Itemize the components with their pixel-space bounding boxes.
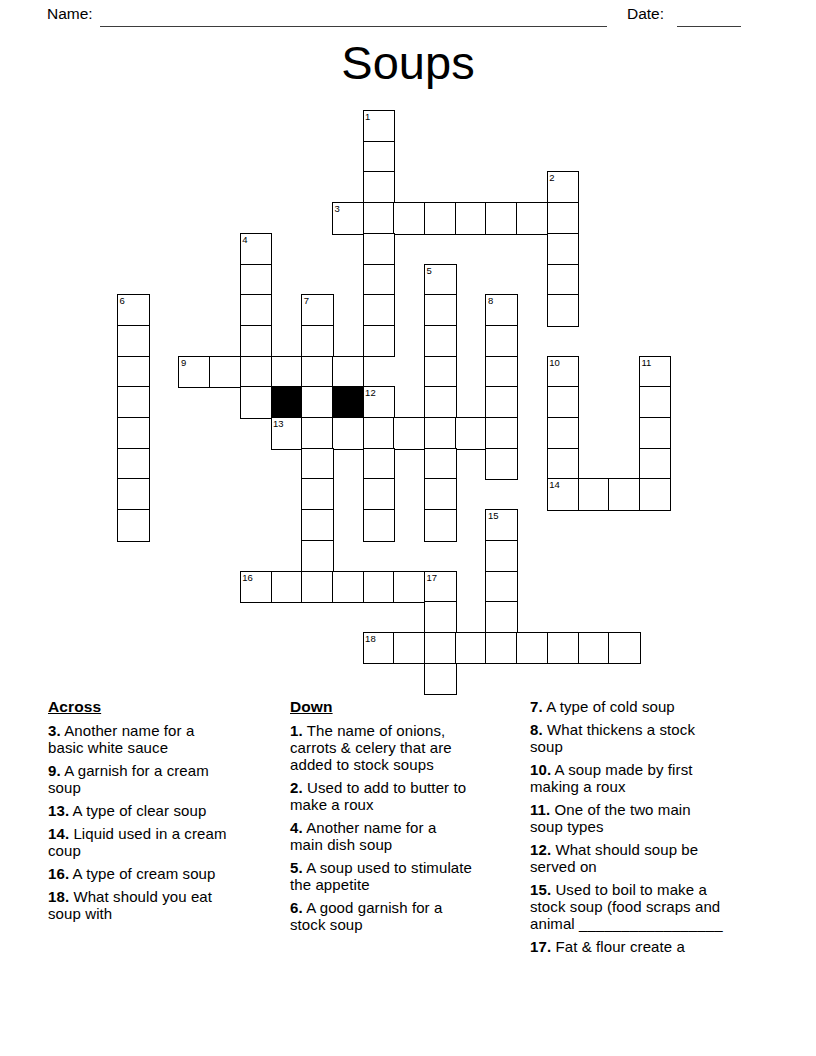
clue-down-8: 8. What thickens a stock soup [530, 721, 768, 755]
clue-number-label: 13. [48, 802, 69, 819]
clue-number-label: 11. [530, 801, 550, 818]
grid-cell[interactable]: 14 [547, 478, 580, 511]
cell-number: 11 [641, 357, 651, 368]
clue-across-3: 3. Another name for a basic white sauce [48, 722, 274, 756]
grid-cell[interactable] [363, 509, 396, 542]
grid-cell[interactable] [547, 264, 580, 297]
grid-cell[interactable] [547, 417, 580, 450]
grid-cell[interactable] [240, 264, 273, 297]
grid-cell[interactable] [271, 571, 304, 604]
clue-number-label: 1. [290, 722, 303, 739]
grid-cell[interactable] [455, 417, 488, 450]
grid-cell[interactable] [547, 233, 580, 266]
clue-number-label: 9. [48, 762, 61, 779]
cell-number: 17 [427, 572, 438, 583]
grid-cell[interactable]: 3 [332, 202, 365, 235]
down-clues-column-2: 7. A type of cold soup8. What thickens a… [530, 698, 768, 961]
grid-cell[interactable]: 6 [117, 294, 150, 327]
grid-cell[interactable] [363, 448, 396, 481]
clue-number-label: 18. [48, 888, 69, 905]
grid-cell[interactable] [363, 202, 396, 235]
grid-cell[interactable] [332, 417, 365, 450]
grid-cell[interactable] [117, 509, 150, 542]
grid-cell[interactable] [240, 386, 273, 419]
date-blank-line[interactable] [677, 10, 741, 27]
grid-cell[interactable] [578, 478, 611, 511]
grid-cell[interactable] [301, 448, 334, 481]
grid-cell[interactable] [485, 448, 518, 481]
grid-cell[interactable] [455, 632, 488, 665]
grid-cell[interactable] [547, 386, 580, 419]
grid-cell[interactable] [424, 417, 457, 450]
grid-cell[interactable] [639, 386, 672, 419]
grid-cell[interactable]: 4 [240, 233, 273, 266]
clue-number-label: 16. [48, 865, 69, 882]
grid-cell[interactable] [363, 141, 396, 174]
grid-cell[interactable] [608, 632, 641, 665]
grid-cell[interactable]: 8 [485, 294, 518, 327]
grid-cell[interactable] [578, 632, 611, 665]
clue-down-6: 6. A good garnish for a stock soup [290, 899, 522, 933]
grid-cell[interactable] [117, 356, 150, 389]
grid-cell[interactable] [485, 540, 518, 573]
grid-cell[interactable]: 12 [363, 386, 396, 419]
grid-cell[interactable] [547, 448, 580, 481]
grid-cell[interactable] [485, 356, 518, 389]
grid-cell[interactable] [240, 294, 273, 327]
grid-cell[interactable]: 10 [547, 356, 580, 389]
grid-cell[interactable] [485, 601, 518, 634]
across-heading: Across [48, 698, 274, 715]
grid-cell[interactable]: 5 [424, 264, 457, 297]
grid-cell[interactable] [639, 417, 672, 450]
clue-down-4: 4. Another name for a main dish soup [290, 819, 522, 853]
clue-number-label: 15. [530, 881, 551, 898]
grid-cell[interactable] [240, 356, 273, 389]
grid-cell[interactable] [117, 478, 150, 511]
grid-cell[interactable] [424, 325, 457, 358]
cell-number: 10 [549, 357, 560, 368]
cell-number: 13 [273, 418, 284, 429]
blocked-cell [332, 386, 365, 419]
grid-cell[interactable] [424, 294, 457, 327]
clue-down-12: 12. What should soup be served on [530, 841, 768, 875]
grid-cell[interactable] [240, 325, 273, 358]
clue-number-label: 4. [290, 819, 303, 836]
cell-number: 9 [181, 357, 186, 368]
grid-cell[interactable] [547, 632, 580, 665]
grid-cell[interactable]: 9 [178, 356, 211, 389]
grid-cell[interactable] [424, 663, 457, 696]
cell-number: 4 [242, 234, 247, 245]
cell-number: 15 [488, 510, 499, 521]
grid-cell[interactable] [363, 233, 396, 266]
name-blank-line[interactable] [100, 10, 607, 27]
grid-cell[interactable] [363, 264, 396, 297]
cell-number: 7 [304, 295, 309, 306]
clue-across-13: 13. A type of clear soup [48, 802, 274, 819]
grid-cell[interactable] [485, 325, 518, 358]
grid-cell[interactable]: 16 [240, 571, 273, 604]
clue-down-2: 2. Used to add to butter to make a roux [290, 779, 522, 813]
grid-cell[interactable] [363, 478, 396, 511]
clue-number-label: 3. [48, 722, 61, 739]
clue-across-14: 14. Liquid used in a cream coup [48, 825, 274, 859]
grid-cell[interactable] [301, 571, 334, 604]
clue-number-label: 12. [530, 841, 551, 858]
grid-cell[interactable] [485, 386, 518, 419]
clue-down-10: 10. A soup made by first making a roux [530, 761, 768, 795]
grid-cell[interactable]: 13 [271, 417, 304, 450]
grid-cell[interactable] [424, 386, 457, 419]
clue-number-label: 6. [290, 899, 303, 916]
clue-number-label: 8. [530, 721, 543, 738]
page-title: Soups [0, 36, 816, 90]
down-clues-column-1: Down 1. The name of onions, carrots & ce… [290, 698, 522, 939]
grid-cell[interactable] [455, 202, 488, 235]
grid-cell[interactable] [393, 571, 426, 604]
clue-down-1: 1. The name of onions, carrots & celery … [290, 722, 522, 773]
grid-cell[interactable] [424, 478, 457, 511]
clue-number-label: 2. [290, 779, 303, 796]
cell-number: 12 [365, 387, 376, 398]
grid-cell[interactable] [301, 509, 334, 542]
clue-down-7: 7. A type of cold soup [530, 698, 768, 715]
grid-cell[interactable] [516, 202, 549, 235]
name-label: Name: [47, 4, 93, 24]
cell-number: 18 [365, 633, 376, 644]
grid-cell[interactable] [393, 202, 426, 235]
grid-cell[interactable] [516, 632, 549, 665]
cell-number: 1 [365, 111, 370, 122]
grid-cell[interactable] [363, 171, 396, 204]
clue-number-label: 5. [290, 859, 303, 876]
cell-number: 8 [488, 295, 493, 306]
cell-number: 3 [334, 203, 339, 214]
clue-across-16: 16. A type of cream soup [48, 865, 274, 882]
grid-cell[interactable] [424, 601, 457, 634]
grid-cell[interactable] [639, 448, 672, 481]
grid-cell[interactable]: 11 [639, 356, 672, 389]
grid-cell[interactable] [301, 417, 334, 450]
grid-cell[interactable] [424, 448, 457, 481]
down-heading: Down [290, 698, 522, 715]
clue-number-label: 7. [530, 698, 543, 715]
clue-down-5: 5. A soup used to stimulate the appetite [290, 859, 522, 893]
clue-across-9: 9. A garnish for a cream soup [48, 762, 274, 796]
clue-down-11: 11. One of the two main soup types [530, 801, 768, 835]
clue-across-18: 18. What should you eat soup with [48, 888, 274, 922]
cell-number: 6 [120, 295, 125, 306]
grid-cell[interactable] [485, 571, 518, 604]
clue-down-17: 17. Fat & flour create a [530, 938, 768, 955]
grid-cell[interactable]: 18 [363, 632, 396, 665]
grid-cell[interactable] [393, 417, 426, 450]
grid-cell[interactable] [363, 417, 396, 450]
grid-cell[interactable] [117, 448, 150, 481]
grid-cell[interactable] [117, 417, 150, 450]
grid-cell[interactable] [424, 356, 457, 389]
blocked-cell [271, 386, 304, 419]
cell-number: 5 [427, 265, 432, 276]
grid-cell[interactable]: 1 [363, 110, 396, 143]
cell-number: 16 [242, 572, 253, 583]
clue-down-15: 15. Used to boil to make a stock soup (f… [530, 881, 768, 932]
grid-cell[interactable] [424, 632, 457, 665]
clue-number-label: 14. [48, 825, 69, 842]
grid-cell[interactable] [301, 478, 334, 511]
grid-cell[interactable] [301, 540, 334, 573]
crossword-grid: 123456789101112131415161718 [117, 110, 671, 695]
grid-cell[interactable]: 15 [485, 509, 518, 542]
grid-cell[interactable] [547, 294, 580, 327]
grid-cell[interactable] [485, 202, 518, 235]
grid-cell[interactable] [393, 632, 426, 665]
grid-cell[interactable] [363, 571, 396, 604]
grid-cell[interactable] [117, 325, 150, 358]
grid-cell[interactable] [547, 202, 580, 235]
grid-cell[interactable] [485, 417, 518, 450]
cell-number: 2 [549, 172, 554, 183]
grid-cell[interactable]: 7 [301, 294, 334, 327]
grid-cell[interactable] [639, 478, 672, 511]
grid-cell[interactable] [332, 571, 365, 604]
grid-cell[interactable] [301, 325, 334, 358]
clue-number-label: 10. [530, 761, 551, 778]
cell-number: 14 [549, 479, 560, 490]
grid-cell[interactable]: 2 [547, 171, 580, 204]
grid-cell[interactable] [301, 356, 334, 389]
grid-cell[interactable] [209, 356, 242, 389]
across-clues-column: Across 3. Another name for a basic white… [48, 698, 274, 928]
grid-cell[interactable] [363, 294, 396, 327]
grid-cell[interactable] [271, 356, 304, 389]
grid-cell[interactable] [424, 509, 457, 542]
clue-number-label: 17. [530, 938, 551, 955]
grid-cell[interactable] [608, 478, 641, 511]
grid-cell[interactable]: 17 [424, 571, 457, 604]
grid-cell[interactable] [363, 325, 396, 358]
grid-cell[interactable] [117, 386, 150, 419]
worksheet-page: Name: Date: Soups 1234567891011121314151… [0, 0, 816, 1056]
grid-cell[interactable] [332, 356, 365, 389]
grid-cell[interactable] [424, 202, 457, 235]
grid-cell[interactable] [301, 386, 334, 419]
grid-cell[interactable] [485, 632, 518, 665]
date-label: Date: [627, 4, 664, 24]
